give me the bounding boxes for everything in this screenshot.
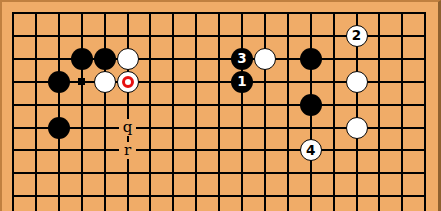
grid-line-vertical [264, 12, 266, 211]
grid-line-vertical [35, 12, 37, 211]
grid-line-vertical [287, 12, 289, 211]
hoshi-point-d16 [78, 78, 85, 85]
grid-line-vertical [241, 12, 243, 211]
stone-white-m17 [254, 48, 276, 70]
stone-black-l16: 1 [231, 71, 253, 93]
stone-white-e16 [94, 71, 116, 93]
grid-line-vertical [424, 12, 426, 211]
go-diagram: qr3124 [0, 0, 441, 211]
grid-line-vertical [81, 12, 83, 211]
circled-stone-marker-icon [122, 76, 134, 88]
stone-white-q18: 2 [346, 25, 368, 47]
grid-line-horizontal [12, 104, 426, 106]
grid-line-vertical [378, 12, 380, 211]
grid-line-horizontal [12, 172, 426, 174]
stone-number-1: 1 [237, 75, 246, 89]
stone-white-q16 [346, 71, 368, 93]
stone-black-d17 [71, 48, 93, 70]
grid-line-horizontal [12, 12, 426, 14]
stone-number-3: 3 [237, 52, 246, 66]
stone-number-4: 4 [306, 144, 315, 158]
stone-black-c16 [48, 71, 70, 93]
grid-line-vertical [333, 12, 335, 211]
grid-line-vertical [149, 12, 151, 211]
grid-line-horizontal [12, 195, 426, 197]
go-board: qr3124 [2, 2, 438, 211]
stone-black-l17: 3 [231, 48, 253, 70]
grid-line-horizontal [12, 149, 426, 151]
grid-line-vertical [401, 12, 403, 211]
stone-black-o17 [300, 48, 322, 70]
grid-line-vertical [12, 12, 14, 211]
stone-black-e17 [94, 48, 116, 70]
grid-line-vertical [218, 12, 220, 211]
stone-white-o13: 4 [300, 139, 322, 161]
grid-line-vertical [58, 12, 60, 211]
stone-white-q14 [346, 117, 368, 139]
grid-line-vertical [172, 12, 174, 211]
grid-line-vertical [104, 12, 106, 211]
grid-line-vertical [195, 12, 197, 211]
stone-white-f16 [117, 71, 139, 93]
grid-line-vertical [127, 12, 129, 211]
board-letter-r: r [119, 142, 136, 159]
stone-white-f17 [117, 48, 139, 70]
stone-number-2: 2 [352, 29, 361, 43]
stone-black-c14 [48, 117, 70, 139]
stone-black-o15 [300, 94, 322, 116]
board-letter-q: q [119, 119, 136, 136]
